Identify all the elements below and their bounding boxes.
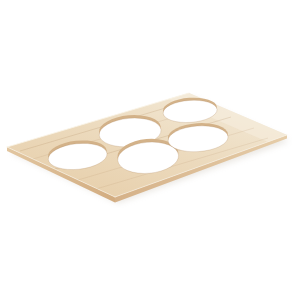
- wooden-insert-board-scene: [0, 0, 295, 295]
- product-photo: [0, 0, 295, 295]
